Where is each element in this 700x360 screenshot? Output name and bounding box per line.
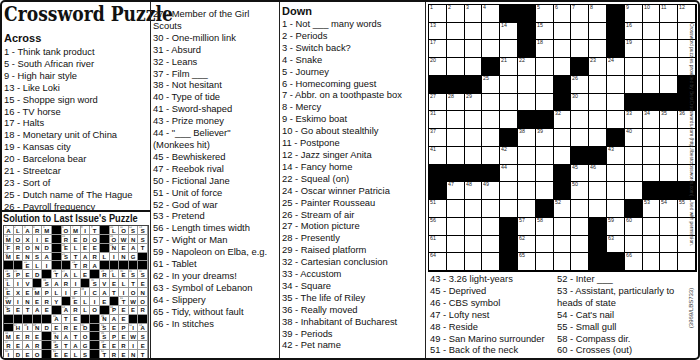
black-cell bbox=[536, 200, 554, 218]
solution-cell: E bbox=[100, 297, 110, 306]
puzzle-cell[interactable] bbox=[465, 147, 483, 165]
puzzle-cell[interactable] bbox=[482, 94, 500, 112]
puzzle-cell[interactable] bbox=[447, 58, 465, 76]
puzzle-cell[interactable] bbox=[643, 76, 661, 94]
puzzle-cell[interactable] bbox=[536, 76, 554, 94]
puzzle-cell[interactable] bbox=[500, 76, 518, 94]
puzzle-cell[interactable] bbox=[643, 23, 661, 41]
puzzle-cell[interactable] bbox=[465, 236, 483, 254]
solution-letter: E bbox=[25, 290, 29, 296]
solution-cell: O bbox=[81, 332, 91, 341]
black-cell bbox=[4, 315, 14, 324]
puzzle-cell[interactable] bbox=[607, 165, 625, 183]
solution-cell: O bbox=[129, 288, 139, 297]
puzzle-cell[interactable]: 11 bbox=[660, 5, 678, 23]
puzzle-cell[interactable] bbox=[465, 218, 483, 236]
puzzle-cell[interactable] bbox=[554, 147, 572, 165]
solution-letter: O bbox=[92, 237, 97, 243]
puzzle-cell[interactable]: 48 bbox=[465, 182, 483, 200]
solution-cell: 59E bbox=[100, 341, 110, 350]
puzzle-cell[interactable]: 13 bbox=[429, 23, 447, 41]
puzzle-cell[interactable]: 52 bbox=[554, 200, 572, 218]
puzzle-cell[interactable] bbox=[465, 23, 483, 41]
puzzle-cell[interactable] bbox=[482, 40, 500, 58]
cell-number: 20 bbox=[430, 58, 436, 63]
cell-number: 28 bbox=[101, 270, 104, 273]
puzzle-cell[interactable] bbox=[625, 76, 643, 94]
puzzle-cell[interactable] bbox=[482, 218, 500, 236]
puzzle-cell[interactable] bbox=[482, 111, 500, 129]
puzzle-cell[interactable]: 3 bbox=[465, 5, 483, 23]
puzzle-cell[interactable]: 65 bbox=[518, 253, 536, 271]
puzzle-cell[interactable]: 47 bbox=[447, 182, 465, 200]
cell-number: 44 bbox=[501, 165, 507, 170]
clue: 28 - Presently bbox=[282, 232, 423, 244]
puzzle-cell[interactable]: 4 bbox=[482, 5, 500, 23]
puzzle-cell[interactable] bbox=[554, 129, 572, 147]
puzzle-cell[interactable] bbox=[589, 40, 607, 58]
puzzle-cell[interactable] bbox=[607, 182, 625, 200]
puzzle-cell[interactable]: 23 bbox=[589, 58, 607, 76]
cell-number: 26 bbox=[53, 270, 56, 273]
puzzle-cell[interactable] bbox=[643, 218, 661, 236]
puzzle-cell[interactable]: 43 bbox=[607, 147, 625, 165]
solution-letter: T bbox=[74, 334, 78, 340]
solution-cell: 49N bbox=[33, 324, 43, 333]
puzzle-cell[interactable] bbox=[643, 58, 661, 76]
solution-letter: V bbox=[102, 281, 106, 287]
puzzle-cell[interactable]: 58 bbox=[536, 218, 554, 236]
solution-letter: S bbox=[6, 272, 10, 278]
black-cell bbox=[554, 165, 572, 183]
puzzle-cell[interactable] bbox=[554, 253, 572, 271]
across-clues-column-1: 1 - Think tank product5 - South African … bbox=[4, 46, 150, 213]
solution-letter: T bbox=[112, 290, 116, 296]
solution-letter: N bbox=[25, 299, 29, 305]
puzzle-cell[interactable] bbox=[447, 40, 465, 58]
solution-cell: 23T bbox=[71, 261, 81, 270]
puzzle-cell[interactable] bbox=[536, 182, 554, 200]
puzzle-cell[interactable]: 24 bbox=[607, 58, 625, 76]
cell-number: 54 bbox=[661, 200, 667, 205]
puzzle-cell[interactable] bbox=[482, 23, 500, 41]
clue: 18 - Monetary unit of China bbox=[4, 129, 150, 141]
solution-cell: R bbox=[110, 350, 120, 359]
solution-letter: E bbox=[121, 352, 125, 358]
puzzle-cell[interactable] bbox=[625, 147, 643, 165]
puzzle-cell[interactable] bbox=[607, 111, 625, 129]
puzzle-cell[interactable] bbox=[589, 200, 607, 218]
puzzle-cell[interactable]: 10 bbox=[643, 5, 661, 23]
puzzle-cell[interactable]: 51 bbox=[429, 200, 447, 218]
solution-cell: 40E bbox=[71, 297, 81, 306]
puzzle-cell[interactable] bbox=[571, 218, 589, 236]
puzzle-cell[interactable]: 26 bbox=[571, 76, 589, 94]
solution-cell: I bbox=[71, 279, 81, 288]
solution-cell: W bbox=[129, 297, 139, 306]
puzzle-cell[interactable]: 49 bbox=[482, 182, 500, 200]
puzzle-cell[interactable]: 17 bbox=[429, 40, 447, 58]
solution-letter: S bbox=[45, 281, 49, 287]
clue: 32 - Leans bbox=[153, 56, 271, 68]
clue: 12 - Jazz singer Anita bbox=[282, 149, 423, 161]
solution-letter: X bbox=[16, 290, 20, 296]
puzzle-cell[interactable]: 27 bbox=[429, 94, 447, 112]
solution-cell: E bbox=[42, 306, 52, 315]
solution-letter: L bbox=[74, 245, 78, 251]
puzzle-cell[interactable] bbox=[447, 200, 465, 218]
clue: 45 - Deprived bbox=[430, 285, 556, 297]
puzzle-cell[interactable]: 31 bbox=[429, 111, 447, 129]
puzzle-cell[interactable]: 53 bbox=[643, 200, 661, 218]
puzzle-cell[interactable] bbox=[465, 253, 483, 271]
puzzle-cell[interactable]: 63 bbox=[607, 236, 625, 254]
puzzle-cell[interactable]: 29 bbox=[465, 94, 483, 112]
solution-cell: W bbox=[129, 332, 139, 341]
puzzle-cell[interactable] bbox=[554, 236, 572, 254]
puzzle-cell[interactable]: 50 bbox=[571, 182, 589, 200]
cell-number: 45 bbox=[572, 165, 578, 170]
solution-letter: I bbox=[46, 263, 48, 269]
cell-number: 56 bbox=[101, 332, 104, 335]
puzzle-cell[interactable] bbox=[482, 236, 500, 254]
solution-letter: A bbox=[6, 228, 10, 234]
solution-letter: A bbox=[54, 281, 58, 287]
puzzle-cell[interactable]: 22 bbox=[518, 58, 536, 76]
puzzle-cell[interactable]: 37 bbox=[429, 129, 447, 147]
puzzle-cell[interactable]: 56 bbox=[429, 218, 447, 236]
clue: 2 - Periods bbox=[282, 30, 423, 42]
puzzle-cell[interactable] bbox=[589, 182, 607, 200]
puzzle-cell[interactable] bbox=[465, 200, 483, 218]
solution-letter: R bbox=[16, 245, 20, 251]
solution-cell: E bbox=[14, 253, 24, 262]
solution-cell: 48I bbox=[23, 324, 33, 333]
cell-number: 38 bbox=[519, 129, 525, 134]
puzzle-cell[interactable] bbox=[554, 218, 572, 236]
solution-letter: O bbox=[25, 245, 30, 251]
solution-cell: V bbox=[100, 279, 110, 288]
cell-number: 11 bbox=[120, 226, 123, 229]
solution-cell: 30E bbox=[119, 270, 129, 279]
puzzle-cell[interactable] bbox=[447, 218, 465, 236]
puzzle-cell[interactable]: 66 bbox=[625, 253, 643, 271]
puzzle-cell[interactable] bbox=[447, 147, 465, 165]
puzzle-cell[interactable] bbox=[500, 94, 518, 112]
solution-letter: W bbox=[130, 299, 136, 305]
solution-cell: T bbox=[138, 244, 148, 253]
puzzle-cell[interactable] bbox=[643, 40, 661, 58]
solution-cell: I bbox=[90, 297, 100, 306]
puzzle-cell[interactable] bbox=[643, 236, 661, 254]
cell-number: 7 bbox=[572, 5, 575, 10]
solution-cell: 47H bbox=[14, 324, 24, 333]
puzzle-cell[interactable]: 19 bbox=[625, 40, 643, 58]
puzzle-cell[interactable]: 62 bbox=[518, 236, 536, 254]
puzzle-cell[interactable]: 39 bbox=[536, 129, 554, 147]
puzzle-cell[interactable] bbox=[482, 147, 500, 165]
puzzle-cell[interactable] bbox=[589, 129, 607, 147]
clue: 38 - Not hesitant bbox=[153, 79, 271, 91]
clue: 13 - Like Loki bbox=[4, 82, 150, 94]
solution-cell: D bbox=[14, 350, 24, 359]
puzzle-cell[interactable] bbox=[589, 111, 607, 129]
clue: 43 - 3.26 light-years bbox=[430, 273, 556, 285]
puzzle-cell[interactable] bbox=[625, 236, 643, 254]
black-cell bbox=[447, 76, 465, 94]
solution-letter: O bbox=[131, 290, 136, 296]
puzzle-cell[interactable] bbox=[625, 58, 643, 76]
solution-letter: I bbox=[65, 290, 67, 296]
puzzle-cell[interactable] bbox=[660, 253, 678, 271]
solution-letter: E bbox=[45, 237, 49, 243]
puzzle-cell[interactable] bbox=[536, 58, 554, 76]
puzzle-cell[interactable] bbox=[447, 236, 465, 254]
solution-cell: A bbox=[33, 306, 43, 315]
puzzle-cell[interactable] bbox=[554, 40, 572, 58]
puzzle-cell[interactable]: 45 bbox=[571, 165, 589, 183]
puzzle-cell[interactable] bbox=[660, 40, 678, 58]
solution-cell: A bbox=[81, 253, 91, 262]
puzzle-cell[interactable] bbox=[500, 111, 518, 129]
solution-letter: R bbox=[64, 325, 68, 331]
puzzle-cell[interactable]: 1 bbox=[429, 5, 447, 23]
puzzle-cell[interactable] bbox=[536, 165, 554, 183]
black-cell bbox=[482, 58, 500, 76]
puzzle-cell[interactable] bbox=[482, 253, 500, 271]
puzzle-cell[interactable] bbox=[625, 182, 643, 200]
solution-cell: 32S bbox=[138, 270, 148, 279]
solution-letter: E bbox=[102, 299, 106, 305]
puzzle-cell[interactable] bbox=[571, 129, 589, 147]
solution-cell: X bbox=[23, 235, 33, 244]
puzzle-cell[interactable] bbox=[518, 147, 536, 165]
puzzle-cell[interactable]: 5 bbox=[536, 5, 554, 23]
puzzle-cell[interactable]: 28 bbox=[447, 94, 465, 112]
clue: 59 - Napoleon on Elba, e.g. bbox=[153, 246, 271, 258]
solution-cell: T bbox=[71, 332, 81, 341]
clue: 52 - God of war bbox=[153, 199, 271, 211]
puzzle-cell[interactable] bbox=[465, 40, 483, 58]
cell-number: 36 bbox=[5, 288, 8, 291]
puzzle-cell[interactable] bbox=[447, 253, 465, 271]
solution-cell: R bbox=[81, 261, 91, 270]
black-cell bbox=[4, 261, 14, 270]
cell-number: 36 bbox=[679, 111, 685, 116]
cell-number: 30 bbox=[120, 270, 123, 273]
puzzle-cell[interactable] bbox=[607, 94, 625, 112]
black-cell bbox=[518, 23, 536, 41]
puzzle-cell[interactable] bbox=[660, 76, 678, 94]
puzzle-cell[interactable]: 20 bbox=[429, 58, 447, 76]
puzzle-cell[interactable] bbox=[660, 147, 678, 165]
clue: 54 - Cat's nail bbox=[557, 309, 693, 321]
puzzle-cell[interactable] bbox=[571, 200, 589, 218]
puzzle-cell[interactable]: 59 bbox=[607, 218, 625, 236]
puzzle-cell[interactable] bbox=[643, 129, 661, 147]
puzzle-cell[interactable]: 46 bbox=[589, 165, 607, 183]
puzzle-cell[interactable]: 15 bbox=[536, 23, 554, 41]
black-cell bbox=[90, 341, 100, 350]
puzzle-cell[interactable] bbox=[447, 23, 465, 41]
solution-letter: T bbox=[141, 352, 145, 358]
cell-number: 41 bbox=[430, 147, 436, 152]
puzzle-cell[interactable] bbox=[643, 147, 661, 165]
clue: 31 - Absurd bbox=[153, 44, 271, 56]
solution-cell: 42S bbox=[4, 306, 14, 315]
cell-number: 13 bbox=[139, 226, 142, 229]
puzzle-cell[interactable] bbox=[465, 129, 483, 147]
puzzle-cell[interactable] bbox=[536, 147, 554, 165]
solution-cell: O bbox=[90, 306, 100, 315]
puzzle-cell[interactable]: 16 bbox=[625, 23, 643, 41]
puzzle-cell[interactable] bbox=[536, 253, 554, 271]
cell-number: 46 bbox=[590, 165, 596, 170]
puzzle-cell[interactable] bbox=[465, 58, 483, 76]
solution-cell: L bbox=[71, 350, 81, 359]
puzzle-cell[interactable] bbox=[554, 23, 572, 41]
solution-cell: E bbox=[62, 350, 72, 359]
puzzle-cell[interactable] bbox=[589, 23, 607, 41]
solution-cell: R bbox=[14, 244, 24, 253]
puzzle-cell[interactable] bbox=[607, 200, 625, 218]
puzzle-cell[interactable] bbox=[447, 129, 465, 147]
puzzle-cell[interactable] bbox=[482, 129, 500, 147]
puzzle-cell[interactable] bbox=[571, 23, 589, 41]
puzzle-cell[interactable] bbox=[571, 253, 589, 271]
puzzle-cell[interactable]: 34 bbox=[643, 111, 661, 129]
solution-letter: P bbox=[45, 290, 49, 296]
puzzle-cell[interactable] bbox=[536, 236, 554, 254]
puzzle-cell[interactable]: 9 bbox=[625, 5, 643, 23]
puzzle-cell[interactable]: 57 bbox=[518, 218, 536, 236]
puzzle-cell[interactable] bbox=[660, 129, 678, 147]
puzzle-cell[interactable] bbox=[465, 111, 483, 129]
puzzle-cell[interactable]: 8 bbox=[589, 5, 607, 23]
black-cell bbox=[42, 315, 52, 324]
black-cell bbox=[62, 297, 72, 306]
puzzle-cell[interactable]: 25 bbox=[482, 76, 500, 94]
solution-cell: 61E bbox=[52, 350, 62, 359]
puzzle-cell[interactable]: 44 bbox=[500, 165, 518, 183]
solution-letter: T bbox=[54, 272, 58, 278]
puzzle-cell[interactable] bbox=[643, 165, 661, 183]
puzzle-cell[interactable] bbox=[607, 76, 625, 94]
puzzle-cell[interactable]: 61 bbox=[429, 236, 447, 254]
puzzle-cell[interactable]: 30 bbox=[571, 94, 589, 112]
black-cell bbox=[138, 315, 148, 324]
puzzle-cell[interactable]: 33 bbox=[625, 111, 643, 129]
puzzle-cell[interactable]: 7 bbox=[571, 5, 589, 23]
puzzle-cell[interactable] bbox=[643, 253, 661, 271]
puzzle-cell[interactable] bbox=[589, 76, 607, 94]
puzzle-cell[interactable]: 42 bbox=[500, 147, 518, 165]
solution-cell: E bbox=[14, 332, 24, 341]
puzzle-cell[interactable] bbox=[518, 94, 536, 112]
down-heading: Down bbox=[282, 5, 312, 18]
puzzle-cell[interactable]: 40 bbox=[625, 129, 643, 147]
black-cell bbox=[518, 111, 536, 129]
puzzle-cell[interactable]: 2 bbox=[447, 5, 465, 23]
puzzle-cell[interactable] bbox=[660, 58, 678, 76]
solution-letter: L bbox=[74, 272, 78, 278]
solution-letter: E bbox=[25, 263, 29, 269]
cell-number: 21 bbox=[501, 58, 507, 63]
puzzle-cell[interactable] bbox=[447, 111, 465, 129]
solution-cell: R bbox=[90, 253, 100, 262]
clue: 47 - Reebok rival bbox=[153, 163, 271, 175]
puzzle-cell[interactable] bbox=[482, 200, 500, 218]
puzzle-cell[interactable] bbox=[554, 58, 572, 76]
puzzle-cell[interactable] bbox=[518, 200, 536, 218]
cell-number: 17 bbox=[430, 40, 436, 45]
solution-letter: A bbox=[45, 254, 49, 260]
puzzle-cell[interactable]: 21 bbox=[500, 58, 518, 76]
puzzle-cell[interactable]: 54 bbox=[660, 200, 678, 218]
solution-cell: 45A bbox=[52, 315, 62, 324]
puzzle-cell[interactable]: 18 bbox=[536, 40, 554, 58]
puzzle-cell[interactable] bbox=[660, 165, 678, 183]
puzzle-cell[interactable] bbox=[518, 165, 536, 183]
solution-cell: E bbox=[119, 332, 129, 341]
puzzle-cell[interactable]: 64 bbox=[429, 253, 447, 271]
solution-letter: E bbox=[16, 307, 20, 313]
puzzle-cell[interactable] bbox=[500, 182, 518, 200]
puzzle-cell[interactable]: 14 bbox=[500, 23, 518, 41]
puzzle-cell[interactable] bbox=[660, 236, 678, 254]
clue: 53 - Assistant, particularly to heads of… bbox=[557, 285, 693, 309]
puzzle-cell[interactable] bbox=[660, 218, 678, 236]
puzzle-cell[interactable]: 38 bbox=[518, 129, 536, 147]
puzzle-cell[interactable] bbox=[536, 94, 554, 112]
solution-letter: R bbox=[64, 281, 68, 287]
solution-cell: 53A bbox=[138, 324, 148, 333]
puzzle-cell[interactable]: 32 bbox=[554, 111, 572, 129]
puzzle-cell[interactable]: 35 bbox=[660, 111, 678, 129]
puzzle-cell[interactable] bbox=[571, 111, 589, 129]
puzzle-cell[interactable] bbox=[500, 40, 518, 58]
cell-number: 19 bbox=[110, 244, 113, 247]
black-cell bbox=[607, 23, 625, 41]
puzzle-cell[interactable] bbox=[518, 76, 536, 94]
solution-letter: R bbox=[83, 263, 87, 269]
puzzle-cell[interactable] bbox=[589, 94, 607, 112]
cell-number: 19 bbox=[626, 40, 632, 45]
solution-letter: X bbox=[25, 237, 29, 243]
puzzle-cell[interactable] bbox=[571, 40, 589, 58]
puzzle-cell[interactable]: 60 bbox=[625, 218, 643, 236]
solution-cell: A bbox=[129, 244, 139, 253]
solution-cell: F bbox=[71, 288, 81, 297]
solution-letter: E bbox=[16, 254, 20, 260]
puzzle-cell[interactable] bbox=[500, 200, 518, 218]
puzzle-cell[interactable]: 6 bbox=[554, 5, 572, 23]
solution-letter: G bbox=[131, 254, 136, 260]
puzzle-cell[interactable] bbox=[660, 23, 678, 41]
clue: 11 - Postpone bbox=[282, 137, 423, 149]
solution-letter: R bbox=[93, 254, 97, 260]
puzzle-cell[interactable]: 41 bbox=[429, 147, 447, 165]
puzzle-cell[interactable] bbox=[571, 236, 589, 254]
solution-letter: A bbox=[93, 263, 97, 269]
clue: 44 - "___ Believer" (Monkees hit) bbox=[153, 127, 271, 151]
black-cell bbox=[52, 253, 62, 262]
puzzle-cell[interactable] bbox=[518, 182, 536, 200]
solution-cell: L bbox=[119, 279, 129, 288]
solution-letter: D bbox=[45, 245, 49, 251]
puzzle-cell[interactable] bbox=[625, 165, 643, 183]
solution-cell: A bbox=[23, 341, 33, 350]
